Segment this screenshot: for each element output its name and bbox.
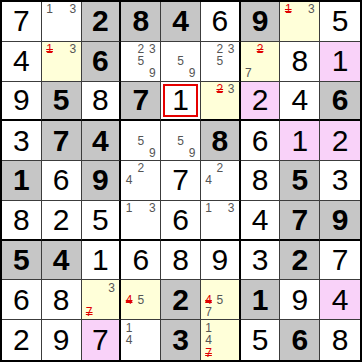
candidate: 3 <box>306 3 318 15</box>
cell-r2c1[interactable]: 4 <box>2 42 42 82</box>
given-digit: 7 <box>53 126 70 156</box>
cell-r4c5[interactable]: 59 <box>161 121 201 161</box>
given-digit: 8 <box>211 126 228 156</box>
cell-r3c7[interactable]: 2 <box>241 82 281 122</box>
candidate: 4 <box>123 334 135 347</box>
cell-r7c7[interactable]: 3 <box>241 241 281 281</box>
pencil-marks: 13 <box>280 2 319 41</box>
eliminated-candidate: 1 <box>44 43 56 55</box>
solved-digit: 3 <box>252 245 269 275</box>
solved-digit: 7 <box>172 165 189 195</box>
cell-r4c8[interactable]: 1 <box>280 121 320 161</box>
cell-r5c6[interactable]: 24 <box>201 161 241 201</box>
pencil-marks: 13 <box>201 201 239 239</box>
given-digit: 2 <box>291 245 308 275</box>
cell-r6c7[interactable]: 4 <box>241 201 281 241</box>
candidate: 9 <box>147 147 159 159</box>
candidate: 5 <box>175 135 187 147</box>
cell-r1c9[interactable]: 5 <box>320 2 360 42</box>
cell-r1c6[interactable]: 6 <box>201 2 241 42</box>
cell-r5c1[interactable]: 1 <box>2 161 42 201</box>
solved-digit: 9 <box>13 85 30 115</box>
given-digit: 4 <box>172 6 189 36</box>
candidate: 3 <box>225 43 236 55</box>
pencil-marks: 13 <box>42 42 81 81</box>
cell-r4c7[interactable]: 6 <box>241 121 281 161</box>
cell-r8c6[interactable]: 457 <box>201 280 241 320</box>
candidate: 1 <box>203 202 214 214</box>
solved-digit: 5 <box>332 6 349 36</box>
cell-r8c8[interactable]: 9 <box>280 280 320 320</box>
given-digit: 7 <box>291 205 308 235</box>
solved-digit: 8 <box>332 325 349 355</box>
cell-r7c9[interactable]: 7 <box>320 241 360 281</box>
candidate: 3 <box>67 43 79 55</box>
cell-r6c3[interactable]: 5 <box>82 201 122 241</box>
cell-r8c9[interactable]: 4 <box>320 280 360 320</box>
solved-digit: 8 <box>92 85 109 115</box>
cell-r3c5[interactable]: 1 <box>161 82 201 122</box>
cell-r8c5[interactable]: 2 <box>161 280 201 320</box>
cell-r5c3[interactable]: 9 <box>82 161 122 201</box>
given-digit: 3 <box>172 325 189 355</box>
candidate: 4 <box>123 174 135 186</box>
cell-r2c5[interactable]: 59 <box>161 42 201 82</box>
eliminated-candidate: 4 <box>123 294 135 306</box>
cell-r7c5[interactable]: 8 <box>161 241 201 281</box>
given-digit: 2 <box>92 6 109 36</box>
cell-r9c5[interactable]: 3 <box>161 320 201 360</box>
cell-r5c9[interactable]: 3 <box>320 161 360 201</box>
cell-r7c1[interactable]: 5 <box>2 241 42 281</box>
cell-r4c3[interactable]: 4 <box>82 121 122 161</box>
given-digit: 1 <box>252 285 269 315</box>
candidate: 2 <box>135 162 147 174</box>
pencil-marks: 24 <box>121 161 160 200</box>
cell-r9c9[interactable]: 8 <box>320 320 360 360</box>
given-digit: 4 <box>53 245 70 275</box>
cell-r6c5[interactable]: 6 <box>161 201 201 241</box>
given-digit: 9 <box>92 165 109 195</box>
candidate: 5 <box>135 294 147 306</box>
cell-r8c7[interactable]: 1 <box>241 280 281 320</box>
solved-digit: 7 <box>92 325 109 355</box>
solved-digit: 2 <box>252 85 269 115</box>
candidate: 2 <box>214 162 225 174</box>
candidate: 3 <box>67 3 79 15</box>
candidate: 5 <box>214 294 225 306</box>
solved-digit: 1 <box>291 126 308 156</box>
solved-digit: 9 <box>211 245 228 275</box>
cell-r9c2[interactable]: 9 <box>42 320 82 360</box>
solved-digit: 6 <box>211 6 228 36</box>
cell-r2c2[interactable]: 13 <box>42 42 82 82</box>
solved-digit: 9 <box>291 285 308 315</box>
cell-r5c5[interactable]: 7 <box>161 161 201 201</box>
cell-r6c6[interactable]: 13 <box>201 201 241 241</box>
solved-digit: 4 <box>332 285 349 315</box>
given-digit: 9 <box>332 205 349 235</box>
given-digit: 8 <box>132 6 149 36</box>
eliminated-candidate: 7 <box>203 346 214 359</box>
cell-r1c8[interactable]: 13 <box>280 2 320 42</box>
candidate: 5 <box>135 135 147 147</box>
solved-digit: 3 <box>13 126 30 156</box>
pencil-marks: 2359 <box>121 42 160 81</box>
cell-r1c5[interactable]: 4 <box>161 2 201 42</box>
solved-digit: 5 <box>252 325 269 355</box>
solved-digit: 4 <box>291 85 308 115</box>
cell-r2c9[interactable]: 1 <box>320 42 360 82</box>
pencil-marks: 235 <box>201 42 239 81</box>
cell-r2c8[interactable]: 8 <box>280 42 320 82</box>
candidate: 3 <box>225 202 236 214</box>
given-digit: 4 <box>92 126 109 156</box>
given-digit: 9 <box>252 6 269 36</box>
pencil-marks: 457 <box>201 280 239 319</box>
sudoku-board: 7132846913541362359592352781958712324637… <box>0 0 362 362</box>
cell-r1c1[interactable]: 7 <box>2 2 42 42</box>
pencil-marks: 37 <box>82 280 120 319</box>
solved-digit: 8 <box>291 46 308 76</box>
cell-r6c1[interactable]: 8 <box>2 201 42 241</box>
cell-r1c7[interactable]: 9 <box>241 2 281 42</box>
pencil-marks: 59 <box>161 42 200 81</box>
cell-r5c4[interactable]: 24 <box>121 161 161 201</box>
cell-r3c8[interactable]: 4 <box>280 82 320 122</box>
cell-r7c6[interactable]: 9 <box>201 241 241 281</box>
cell-r3c9[interactable]: 6 <box>320 82 360 122</box>
solved-digit: 2 <box>53 205 70 235</box>
cell-r3c3[interactable]: 8 <box>82 82 122 122</box>
cell-r9c8[interactable]: 6 <box>280 320 320 360</box>
solved-digit: 8 <box>13 205 30 235</box>
pencil-marks: 24 <box>201 161 239 200</box>
given-digit: 5 <box>13 245 30 275</box>
solved-digit: 7 <box>332 245 349 275</box>
candidate: 9 <box>186 147 198 159</box>
cell-r3c6[interactable]: 23 <box>201 82 241 122</box>
cell-r8c4[interactable]: 45 <box>121 280 161 320</box>
cell-r6c4[interactable]: 13 <box>121 201 161 241</box>
candidate: 7 <box>203 306 214 318</box>
given-digit: 6 <box>291 325 308 355</box>
pencil-marks: 59 <box>121 121 160 160</box>
solved-digit: 1 <box>172 85 189 115</box>
candidate: 9 <box>147 67 159 79</box>
solved-digit: 1 <box>92 245 109 275</box>
candidate: 7 <box>243 67 255 79</box>
solved-digit: 7 <box>13 6 30 36</box>
solved-digit: 9 <box>53 325 70 355</box>
solved-digit: 8 <box>53 285 70 315</box>
cell-r8c1[interactable]: 6 <box>2 280 42 320</box>
pencil-marks: 27 <box>241 42 280 81</box>
solved-digit: 8 <box>252 165 269 195</box>
pencil-marks: 59 <box>161 121 200 160</box>
cell-r5c2[interactable]: 6 <box>42 161 82 201</box>
eliminated-candidate: 2 <box>254 43 266 55</box>
cell-r9c7[interactable]: 5 <box>241 320 281 360</box>
cell-r8c2[interactable]: 8 <box>42 280 82 320</box>
cell-r6c8[interactable]: 7 <box>280 201 320 241</box>
pencil-marks: 23 <box>201 82 239 120</box>
solved-digit: 1 <box>332 46 349 76</box>
solved-digit: 6 <box>13 285 30 315</box>
cell-r4c6[interactable]: 8 <box>201 121 241 161</box>
cell-r2c4[interactable]: 2359 <box>121 42 161 82</box>
cell-r7c3[interactable]: 1 <box>82 241 122 281</box>
cell-r3c1[interactable]: 9 <box>2 82 42 122</box>
candidate: 1 <box>203 321 214 334</box>
candidate: 4 <box>203 174 214 186</box>
solved-digit: 4 <box>252 205 269 235</box>
candidate: 9 <box>186 67 198 79</box>
cell-r2c3[interactable]: 6 <box>82 42 122 82</box>
cell-r4c2[interactable]: 7 <box>42 121 82 161</box>
cell-r4c9[interactable]: 2 <box>320 121 360 161</box>
solved-digit: 6 <box>172 205 189 235</box>
cell-r7c8[interactable]: 2 <box>280 241 320 281</box>
given-digit: 5 <box>53 85 70 115</box>
candidate: 3 <box>147 202 159 214</box>
given-digit: 6 <box>332 85 349 115</box>
cell-r3c2[interactable]: 5 <box>42 82 82 122</box>
cell-r2c7[interactable]: 27 <box>241 42 281 82</box>
eliminated-candidate: 2 <box>214 83 225 95</box>
cell-r5c7[interactable]: 8 <box>241 161 281 201</box>
cell-r6c2[interactable]: 2 <box>42 201 82 241</box>
cell-r9c4[interactable]: 14 <box>121 320 161 360</box>
cell-r1c2[interactable]: 13 <box>42 2 82 42</box>
solved-digit: 6 <box>132 245 149 275</box>
solved-digit: 5 <box>92 205 109 235</box>
pencil-marks: 13 <box>121 201 160 239</box>
candidate: 5 <box>214 55 225 67</box>
solved-digit: 3 <box>332 165 349 195</box>
candidate: 1 <box>44 3 56 15</box>
solved-digit: 2 <box>332 126 349 156</box>
cell-r5c8[interactable]: 5 <box>280 161 320 201</box>
candidate: 3 <box>106 281 117 293</box>
given-digit: 5 <box>291 165 308 195</box>
candidate: 4 <box>203 334 214 347</box>
given-digit: 7 <box>132 85 149 115</box>
given-digit: 6 <box>92 46 109 76</box>
eliminated-candidate: 7 <box>84 306 95 318</box>
cell-r9c1[interactable]: 2 <box>2 320 42 360</box>
candidate: 3 <box>225 83 236 95</box>
candidate: 1 <box>123 202 135 214</box>
cell-r9c6[interactable]: 147 <box>201 320 241 360</box>
cell-r7c2[interactable]: 4 <box>42 241 82 281</box>
given-digit: 2 <box>172 285 189 315</box>
solved-digit: 4 <box>13 46 30 76</box>
pencil-marks: 147 <box>201 320 239 360</box>
candidate: 1 <box>123 321 135 334</box>
candidate: 5 <box>175 55 187 67</box>
cell-r1c4[interactable]: 8 <box>121 2 161 42</box>
cell-r7c4[interactable]: 6 <box>121 241 161 281</box>
candidate: 5 <box>135 55 147 67</box>
cell-r3c4[interactable]: 7 <box>121 82 161 122</box>
cell-r9c3[interactable]: 7 <box>82 320 122 360</box>
given-digit: 1 <box>13 165 30 195</box>
solved-digit: 6 <box>252 126 269 156</box>
pencil-marks: 13 <box>42 2 81 41</box>
cell-r8c3[interactable]: 37 <box>82 280 122 320</box>
cell-r1c3[interactable]: 2 <box>82 2 122 42</box>
solved-digit: 8 <box>172 245 189 275</box>
eliminated-candidate: 1 <box>282 3 294 15</box>
candidate: 3 <box>147 43 159 55</box>
cell-r2c6[interactable]: 235 <box>201 42 241 82</box>
solved-digit: 6 <box>53 165 70 195</box>
pencil-marks: 45 <box>121 280 160 319</box>
solved-digit: 2 <box>13 325 30 355</box>
pencil-marks: 14 <box>121 320 160 360</box>
cell-r6c9[interactable]: 9 <box>320 201 360 241</box>
cell-r4c1[interactable]: 3 <box>2 121 42 161</box>
cell-r4c4[interactable]: 59 <box>121 121 161 161</box>
